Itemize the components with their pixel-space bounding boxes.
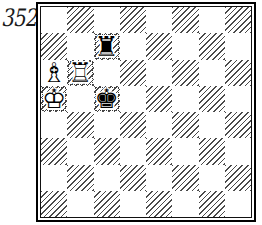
square-f2 — [172, 165, 198, 191]
square-e3 — [146, 138, 172, 164]
square-d7 — [120, 33, 146, 59]
square-a4 — [41, 112, 67, 138]
square-c4 — [94, 112, 120, 138]
square-f8 — [172, 7, 198, 33]
white-bishop: ♝♗ — [41, 60, 67, 86]
square-f4 — [172, 112, 198, 138]
square-h6 — [225, 60, 251, 86]
piece-glyph: ♚ — [94, 86, 120, 112]
diagram-number: 352 — [1, 4, 36, 32]
square-a7 — [41, 33, 67, 59]
square-c6 — [94, 60, 120, 86]
square-f7 — [172, 33, 198, 59]
piece-glyph: ♜ — [94, 33, 120, 59]
square-b8 — [67, 7, 93, 33]
white-king: ♚♔ — [41, 86, 67, 112]
square-e4 — [146, 112, 172, 138]
square-a1 — [41, 191, 67, 217]
square-c2 — [94, 165, 120, 191]
square-c1 — [94, 191, 120, 217]
white-rook: ♜♖ — [67, 60, 93, 86]
square-b3 — [67, 138, 93, 164]
piece-glyph: ♗ — [41, 60, 67, 86]
square-b4 — [67, 112, 93, 138]
square-c3 — [94, 138, 120, 164]
square-g7 — [199, 33, 225, 59]
square-h1 — [225, 191, 251, 217]
board-inner-frame: ♜♜♝♗♜♖♚♔♚♚ — [40, 6, 252, 218]
square-d3 — [120, 138, 146, 164]
square-f3 — [172, 138, 198, 164]
board-grid: ♜♜♝♗♜♖♚♔♚♚ — [41, 7, 251, 217]
chess-diagram: 352 ♜♜♝♗♜♖♚♔♚♚ — [0, 0, 262, 225]
square-d5 — [120, 86, 146, 112]
piece-glyph: ♖ — [67, 60, 93, 86]
square-e8 — [146, 7, 172, 33]
square-g6 — [199, 60, 225, 86]
black-rook: ♜♜ — [94, 33, 120, 59]
square-d4 — [120, 112, 146, 138]
square-d2 — [120, 165, 146, 191]
square-g3 — [199, 138, 225, 164]
square-a3 — [41, 138, 67, 164]
square-h8 — [225, 7, 251, 33]
square-a2 — [41, 165, 67, 191]
board-frame: ♜♜♝♗♜♖♚♔♚♚ — [36, 2, 256, 222]
square-g1 — [199, 191, 225, 217]
square-a5: ♚♔ — [41, 86, 67, 112]
square-b6: ♜♖ — [67, 60, 93, 86]
square-g5 — [199, 86, 225, 112]
square-g2 — [199, 165, 225, 191]
square-c7: ♜♜ — [94, 33, 120, 59]
square-e5 — [146, 86, 172, 112]
square-b7 — [67, 33, 93, 59]
square-h2 — [225, 165, 251, 191]
square-g4 — [199, 112, 225, 138]
square-h7 — [225, 33, 251, 59]
square-f6 — [172, 60, 198, 86]
square-e7 — [146, 33, 172, 59]
square-f1 — [172, 191, 198, 217]
square-c5: ♚♚ — [94, 86, 120, 112]
square-a6: ♝♗ — [41, 60, 67, 86]
square-g8 — [199, 7, 225, 33]
square-a8 — [41, 7, 67, 33]
square-b1 — [67, 191, 93, 217]
square-b5 — [67, 86, 93, 112]
black-king: ♚♚ — [94, 86, 120, 112]
square-h5 — [225, 86, 251, 112]
square-h3 — [225, 138, 251, 164]
square-e2 — [146, 165, 172, 191]
square-d8 — [120, 7, 146, 33]
square-c8 — [94, 7, 120, 33]
square-e1 — [146, 191, 172, 217]
square-f5 — [172, 86, 198, 112]
square-d6 — [120, 60, 146, 86]
square-b2 — [67, 165, 93, 191]
piece-glyph: ♔ — [41, 86, 67, 112]
square-h4 — [225, 112, 251, 138]
square-e6 — [146, 60, 172, 86]
square-d1 — [120, 191, 146, 217]
